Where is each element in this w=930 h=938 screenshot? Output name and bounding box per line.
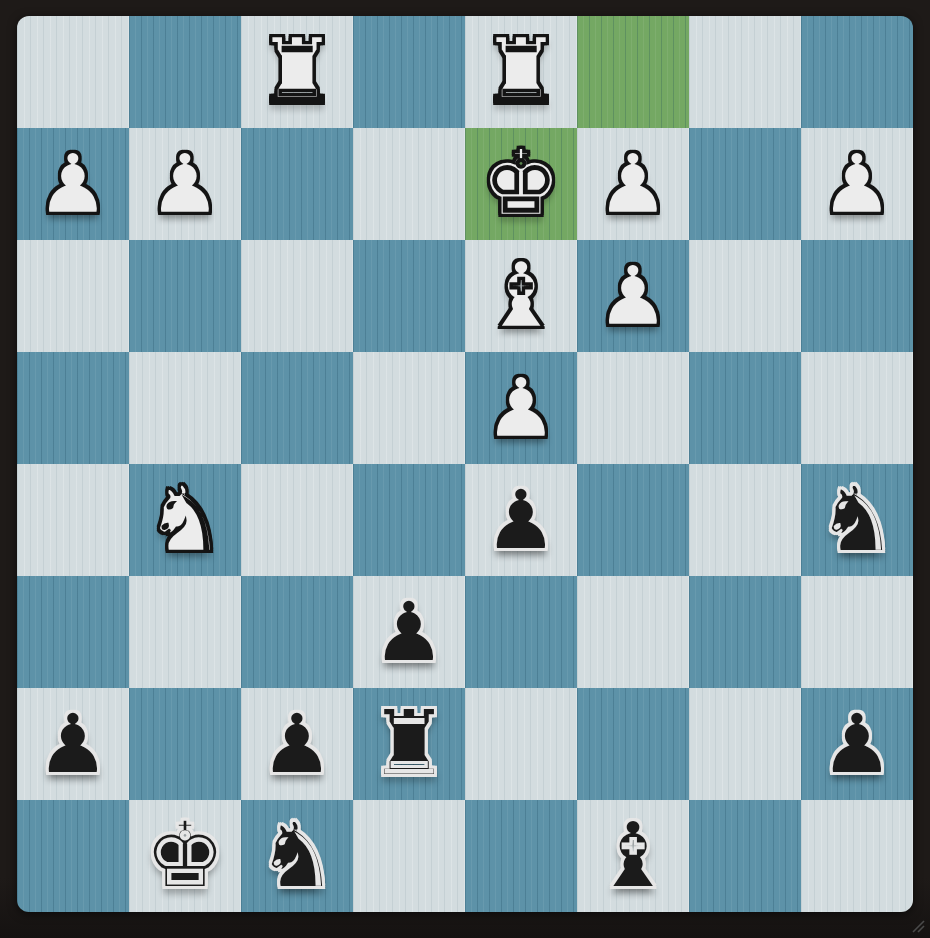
square-c2[interactable]: ♟ [241,688,353,800]
square-h7[interactable]: ♟ [801,128,913,240]
square-a8[interactable] [17,16,129,128]
square-f5[interactable] [577,352,689,464]
white-knight[interactable]: ♞ [129,464,241,576]
black-knight[interactable]: ♞ [241,800,353,912]
square-b8[interactable] [129,16,241,128]
square-c7[interactable] [241,128,353,240]
white-rook[interactable]: ♜ [465,16,577,128]
square-g1[interactable] [689,800,801,912]
square-e7[interactable]: ♚ [465,128,577,240]
square-g2[interactable] [689,688,801,800]
white-pawn[interactable]: ♟ [129,128,241,240]
square-f1[interactable]: ♝ [577,800,689,912]
black-pawn[interactable]: ♟ [17,688,129,800]
black-knight[interactable]: ♞ [801,464,913,576]
square-e1[interactable] [465,800,577,912]
white-king[interactable]: ♚ [465,128,577,240]
square-b3[interactable] [129,576,241,688]
square-a5[interactable] [17,352,129,464]
square-b6[interactable] [129,240,241,352]
square-f4[interactable] [577,464,689,576]
square-c5[interactable] [241,352,353,464]
white-pawn[interactable]: ♟ [465,352,577,464]
square-a7[interactable]: ♟ [17,128,129,240]
square-c8[interactable]: ♜ [241,16,353,128]
square-a4[interactable] [17,464,129,576]
square-g7[interactable] [689,128,801,240]
square-f2[interactable] [577,688,689,800]
black-pawn[interactable]: ♟ [465,464,577,576]
square-b5[interactable] [129,352,241,464]
square-d4[interactable] [353,464,465,576]
square-b4[interactable]: ♞ [129,464,241,576]
square-b7[interactable]: ♟ [129,128,241,240]
black-pawn[interactable]: ♟ [241,688,353,800]
black-king[interactable]: ♚ [129,800,241,912]
square-d5[interactable] [353,352,465,464]
square-d6[interactable] [353,240,465,352]
square-f7[interactable]: ♟ [577,128,689,240]
square-f3[interactable] [577,576,689,688]
white-pawn[interactable]: ♟ [577,128,689,240]
chess-board[interactable]: ♜♜♟♟♚♟♟♝♟♟♞♟♞♟♟♟♜♟♚♞♝ [17,16,913,912]
square-g8[interactable] [689,16,801,128]
square-d8[interactable] [353,16,465,128]
white-pawn[interactable]: ♟ [17,128,129,240]
square-a6[interactable] [17,240,129,352]
square-c3[interactable] [241,576,353,688]
square-e4[interactable]: ♟ [465,464,577,576]
square-f8[interactable] [577,16,689,128]
white-bishop[interactable]: ♝ [465,240,577,352]
square-d2[interactable]: ♜ [353,688,465,800]
square-g4[interactable] [689,464,801,576]
black-pawn[interactable]: ♟ [353,576,465,688]
square-h2[interactable]: ♟ [801,688,913,800]
square-h3[interactable] [801,576,913,688]
square-a3[interactable] [17,576,129,688]
white-rook[interactable]: ♜ [241,16,353,128]
black-pawn[interactable]: ♟ [801,688,913,800]
white-pawn[interactable]: ♟ [801,128,913,240]
square-g5[interactable] [689,352,801,464]
square-e2[interactable] [465,688,577,800]
white-pawn[interactable]: ♟ [577,240,689,352]
square-c1[interactable]: ♞ [241,800,353,912]
black-rook[interactable]: ♜ [353,688,465,800]
square-e8[interactable]: ♜ [465,16,577,128]
resize-line-1 [913,921,924,932]
square-e5[interactable]: ♟ [465,352,577,464]
square-a1[interactable] [17,800,129,912]
square-c6[interactable] [241,240,353,352]
square-g3[interactable] [689,576,801,688]
square-c4[interactable] [241,464,353,576]
square-d1[interactable] [353,800,465,912]
square-h8[interactable] [801,16,913,128]
square-g6[interactable] [689,240,801,352]
board-resize-handle-icon[interactable] [909,917,927,935]
square-h6[interactable] [801,240,913,352]
square-d3[interactable]: ♟ [353,576,465,688]
square-h4[interactable]: ♞ [801,464,913,576]
square-f6[interactable]: ♟ [577,240,689,352]
square-a2[interactable]: ♟ [17,688,129,800]
square-h1[interactable] [801,800,913,912]
square-h5[interactable] [801,352,913,464]
square-b2[interactable] [129,688,241,800]
square-e6[interactable]: ♝ [465,240,577,352]
square-d7[interactable] [353,128,465,240]
square-e3[interactable] [465,576,577,688]
square-b1[interactable]: ♚ [129,800,241,912]
black-bishop[interactable]: ♝ [577,800,689,912]
